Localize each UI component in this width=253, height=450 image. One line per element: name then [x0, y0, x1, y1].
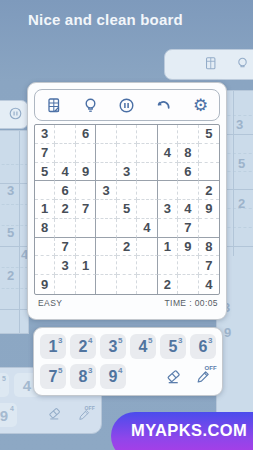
notes-icon: [45, 97, 62, 114]
numpad-count: 4: [88, 336, 92, 345]
sudoku-cell[interactable]: [55, 275, 75, 294]
sudoku-cell[interactable]: [96, 256, 116, 275]
numpad-button-1[interactable]: 13: [40, 334, 66, 359]
sudoku-cell[interactable]: [117, 144, 137, 163]
watermark-banner: MYAPKS.COM: [111, 412, 253, 450]
sudoku-cell[interactable]: [158, 125, 178, 144]
sudoku-cell[interactable]: 9: [178, 238, 198, 257]
numpad: 132435455363758394 OFF: [34, 328, 222, 395]
sudoku-cell[interactable]: 2: [199, 181, 219, 200]
numpad-button-2[interactable]: 24: [70, 334, 96, 359]
sudoku-cell[interactable]: [137, 200, 157, 219]
sudoku-cell[interactable]: [55, 144, 75, 163]
sudoku-cell[interactable]: [178, 256, 198, 275]
hint-button[interactable]: [78, 93, 102, 117]
sudoku-cell[interactable]: [35, 256, 55, 275]
sudoku-cell[interactable]: [96, 275, 116, 294]
pause-button[interactable]: [115, 93, 139, 117]
sudoku-cell[interactable]: 1: [76, 256, 96, 275]
watermark-text: MYAPKS.COM: [131, 421, 247, 440]
sudoku-cell[interactable]: 6: [55, 181, 75, 200]
sudoku-cell[interactable]: 1: [35, 200, 55, 219]
numpad-button-4[interactable]: 45: [130, 334, 156, 359]
sudoku-cell[interactable]: [76, 238, 96, 257]
sudoku-cell[interactable]: 6: [178, 163, 198, 182]
sudoku-cell[interactable]: 2: [55, 200, 75, 219]
sudoku-cell[interactable]: [137, 256, 157, 275]
settings-button[interactable]: ⚙: [189, 93, 213, 117]
bg-board-number: 2: [238, 197, 245, 210]
sudoku-cell[interactable]: [76, 181, 96, 200]
sudoku-cell[interactable]: [199, 163, 219, 182]
numpad-button-8[interactable]: 83: [70, 364, 96, 389]
sudoku-cell[interactable]: [96, 163, 116, 182]
numpad-count: 3: [88, 366, 92, 375]
sudoku-cell[interactable]: 3: [96, 181, 116, 200]
sudoku-cell[interactable]: [96, 144, 116, 163]
sudoku-cell[interactable]: [117, 219, 137, 238]
bg-board-number: 3: [236, 118, 243, 131]
app-screen: 3542 335239 354594: [0, 0, 253, 450]
sudoku-cell[interactable]: [76, 144, 96, 163]
sudoku-cell[interactable]: [96, 125, 116, 144]
bulb-icon: [82, 97, 99, 114]
sudoku-cell[interactable]: [178, 275, 198, 294]
numpad-count: 3: [178, 336, 182, 345]
sudoku-cell[interactable]: [55, 125, 75, 144]
sudoku-cell[interactable]: 3: [55, 256, 75, 275]
sudoku-cell[interactable]: 2: [117, 238, 137, 257]
sudoku-cell[interactable]: 3: [158, 200, 178, 219]
sudoku-cell[interactable]: 7: [178, 219, 198, 238]
sudoku-cell[interactable]: [55, 219, 75, 238]
pencil-toggle-button[interactable]: OFF: [190, 364, 216, 389]
numpad-card: 132435455363758394 OFF: [33, 327, 223, 396]
sudoku-cell[interactable]: 5: [117, 200, 137, 219]
status-bar: EASY TIME : 00:05: [38, 298, 218, 308]
sudoku-cell[interactable]: 3: [35, 125, 55, 144]
sudoku-cell[interactable]: [178, 181, 198, 200]
sudoku-cell[interactable]: 8: [35, 219, 55, 238]
sudoku-cell[interactable]: [137, 163, 157, 182]
sudoku-cell[interactable]: 9: [35, 275, 55, 294]
sudoku-cell[interactable]: 5: [35, 163, 55, 182]
sudoku-cell[interactable]: [76, 219, 96, 238]
sudoku-cell[interactable]: 7: [76, 200, 96, 219]
sudoku-cell[interactable]: [137, 144, 157, 163]
sudoku-cell[interactable]: [137, 238, 157, 257]
sudoku-cell[interactable]: [137, 181, 157, 200]
numpad-count: 5: [58, 366, 62, 375]
sudoku-cell[interactable]: 2: [158, 275, 178, 294]
sudoku-cell[interactable]: [76, 275, 96, 294]
sudoku-cell[interactable]: 9: [199, 200, 219, 219]
numpad-count: 5: [148, 336, 152, 345]
sudoku-cell[interactable]: [117, 275, 137, 294]
notes-button[interactable]: [41, 93, 65, 117]
undo-icon: [155, 97, 172, 114]
sudoku-cell[interactable]: 6: [76, 125, 96, 144]
sudoku-cell[interactable]: [35, 181, 55, 200]
gear-icon: ⚙: [193, 97, 208, 114]
sudoku-cell[interactable]: 8: [199, 238, 219, 257]
pause-icon: [118, 97, 135, 114]
numpad-count: 3: [208, 336, 212, 345]
sudoku-cell[interactable]: 4: [178, 200, 198, 219]
sudoku-cell[interactable]: [158, 181, 178, 200]
sudoku-cell[interactable]: 7: [35, 144, 55, 163]
numpad-count: 5: [118, 336, 122, 345]
sudoku-cell[interactable]: [96, 200, 116, 219]
difficulty-label: EASY: [38, 298, 62, 308]
bg-board-number: 9: [224, 326, 231, 339]
numpad-button-3[interactable]: 35: [100, 334, 126, 359]
sudoku-cell[interactable]: 4: [199, 275, 219, 294]
eraser-icon: [165, 368, 182, 385]
sudoku-cell[interactable]: [158, 256, 178, 275]
sudoku-cell[interactable]: [137, 125, 157, 144]
sudoku-cell[interactable]: [158, 219, 178, 238]
timer-label: TIME : 00:05: [165, 298, 218, 308]
sudoku-cell[interactable]: [178, 125, 198, 144]
sudoku-cell[interactable]: 1: [158, 238, 178, 257]
sudoku-card: ⚙ 36574854936632127534984772198317924 EA…: [27, 82, 227, 320]
numpad-button-7[interactable]: 75: [40, 364, 66, 389]
toolbar: ⚙: [34, 89, 220, 121]
bg-board-number: 5: [238, 157, 245, 170]
sudoku-cell[interactable]: [96, 238, 116, 257]
sudoku-cell[interactable]: 4: [158, 144, 178, 163]
undo-button[interactable]: [152, 93, 176, 117]
sudoku-cell[interactable]: [199, 219, 219, 238]
sudoku-cell[interactable]: 5: [199, 125, 219, 144]
sudoku-cell[interactable]: 7: [55, 238, 75, 257]
numpad-button-6[interactable]: 63: [190, 334, 216, 359]
numpad-count: 3: [58, 336, 62, 345]
pencil-state-label: OFF: [204, 365, 217, 371]
sudoku-cell[interactable]: 4: [55, 163, 75, 182]
sudoku-cell[interactable]: 8: [178, 144, 198, 163]
numpad-button-5[interactable]: 53: [160, 334, 186, 359]
numpad-count: 4: [118, 366, 122, 375]
sudoku-cell[interactable]: 3: [117, 163, 137, 182]
numpad-spacer: [130, 364, 156, 389]
sudoku-cell[interactable]: [96, 219, 116, 238]
sudoku-grid: 36574854936632127534984772198317924: [34, 124, 220, 295]
sudoku-cell[interactable]: [117, 181, 137, 200]
sudoku-cell[interactable]: [117, 125, 137, 144]
numpad-button-9[interactable]: 94: [100, 364, 126, 389]
sudoku-cell[interactable]: 4: [137, 219, 157, 238]
sudoku-cell[interactable]: [117, 256, 137, 275]
eraser-button[interactable]: [160, 364, 186, 389]
sudoku-cell[interactable]: [137, 275, 157, 294]
sudoku-cell[interactable]: [199, 144, 219, 163]
sudoku-cell[interactable]: [35, 238, 55, 257]
sudoku-cell[interactable]: [158, 163, 178, 182]
promo-title: Nice and clean board: [28, 11, 183, 28]
sudoku-cell[interactable]: 9: [76, 163, 96, 182]
sudoku-cell[interactable]: 7: [199, 256, 219, 275]
